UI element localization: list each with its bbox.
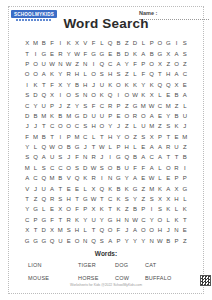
grid-cell-r9c5: O [56,121,64,131]
grid-cell-r6c13: O [123,90,131,100]
grid-cell-r16c10: T [98,194,106,204]
grid-cell-r10c1: F [23,132,31,142]
grid-cell-r6c8: N [81,90,89,100]
grid-cell-r2c13: D [123,48,131,58]
grid-cell-r12c11: I [106,152,114,162]
grid-cell-r1c3: B [40,38,48,48]
grid-cell-r12c2: Q [31,152,39,162]
grid-cell-r6c16: X [147,90,155,100]
grid-cell-r3c6: W [65,59,73,69]
grid-cell-r13c19: R [172,163,180,173]
grid-cell-r7c10: C [98,100,106,110]
grid-cell-r8c12: E [114,111,122,121]
grid-cell-r2c4: E [48,48,56,58]
grid-cell-r15c19: X [172,183,180,193]
grid-cell-r15c20: G [181,183,189,193]
grid-cell-r1c12: B [114,38,122,48]
grid-cell-r3c19: O [172,59,180,69]
grid-cell-r15c16: M [147,183,155,193]
grid-cell-r8c3: M [40,111,48,121]
grid-cell-r15c12: B [114,183,122,193]
grid-cell-r7c13: Z [123,100,131,110]
grid-cell-r7c14: G [131,100,139,110]
grid-cell-r16c14: Y [131,194,139,204]
word-mouse: MOUSE [28,275,78,281]
grid-cell-r2c9: G [89,48,97,58]
grid-cell-r18c11: G [106,215,114,225]
grid-cell-r19c15: O [139,225,147,235]
grid-cell-r1c1: X [23,38,31,48]
grid-cell-r16c19: H [172,194,180,204]
grid-cell-r18c3: G [40,215,48,225]
grid-cell-r15c13: K [123,183,131,193]
grid-cell-r20c19: P [172,235,180,245]
grid-cell-r9c4: C [48,121,56,131]
grid-cell-r6c2: D [31,90,39,100]
grid-cell-r3c4: W [48,59,56,69]
grid-cell-r17c10: K [98,204,106,214]
grid-cell-r10c10: T [98,132,106,142]
grid-cell-r9c6: O [65,121,73,131]
grid-cell-r12c13: Q [123,152,131,162]
grid-cell-r2c2: I [31,48,39,58]
grid-cell-r4c11: H [106,69,114,79]
grid-cell-r11c17: A [156,142,164,152]
grid-cell-r19c9: T [89,225,97,235]
grid-cell-r10c17: P [156,132,164,142]
grid-cell-r6c20: A [181,90,189,100]
grid-cell-r11c12: P [114,142,122,152]
grid-cell-r19c14: A [131,225,139,235]
grid-cell-r1c7: X [73,38,81,48]
grid-cell-r4c10: S [98,69,106,79]
grid-cell-r10c8: C [81,132,89,142]
grid-cell-r14c2: C [31,173,39,183]
grid-cell-r15c10: Q [98,183,106,193]
grid-cell-r14c6: V [65,173,73,183]
grid-cell-r5c3: T [40,80,48,90]
grid-cell-r5c8: H [81,80,89,90]
grid-cell-r4c17: T [156,69,164,79]
grid-cell-r19c16: O [147,225,155,235]
grid-cell-r1c2: M [31,38,39,48]
grid-cell-r15c17: K [156,183,164,193]
grid-cell-r20c14: Y [131,235,139,245]
grid-cell-r15c1: V [23,183,31,193]
grid-cell-r10c12: Y [114,132,122,142]
grid-cell-r6c12: I [114,90,122,100]
grid-cell-r15c11: K [106,183,114,193]
grid-cell-r3c11: C [106,59,114,69]
grid-cell-r7c7: Y [73,100,81,110]
grid-cell-r12c3: A [40,152,48,162]
grid-cell-r1c6: K [65,38,73,48]
grid-cell-r19c11: O [106,225,114,235]
grid-cell-r2c18: X [164,48,172,58]
grid-cell-r5c11: K [106,80,114,90]
grid-cell-r1c14: D [131,38,139,48]
grid-cell-r7c4: P [48,100,56,110]
grid-cell-r6c3: Q [40,90,48,100]
grid-cell-r16c16: S [147,194,155,204]
grid-cell-r15c6: E [65,183,73,193]
grid-cell-r13c9: W [89,163,97,173]
grid-cell-r19c5: M [56,225,64,235]
grid-cell-r20c11: A [106,235,114,245]
grid-cell-r16c18: X [164,194,172,204]
word-cow: COW [115,275,145,281]
grid-cell-r20c6: E [65,235,73,245]
grid-cell-r12c15: A [139,152,147,162]
grid-cell-r8c20: U [181,111,189,121]
word-horse: HORSE [78,275,115,281]
grid-cell-r3c20: Z [181,59,189,69]
grid-cell-r5c14: K [131,80,139,90]
grid-cell-r19c7: H [73,225,81,235]
grid-cell-r13c17: L [156,163,164,173]
grid-cell-r15c18: A [164,183,172,193]
grid-cell-r5c1: I [23,80,31,90]
grid-cell-r7c16: W [147,100,155,110]
grid-cell-r4c2: O [31,69,39,79]
grid-cell-r14c20: P [181,173,189,183]
grid-cell-r5c15: Y [139,80,147,90]
grid-cell-r11c16: A [147,142,155,152]
grid-cell-r19c2: T [31,225,39,235]
grid-cell-r17c3: L [40,204,48,214]
grid-cell-r14c3: Q [40,173,48,183]
grid-cell-r17c6: O [65,204,73,214]
grid-cell-r3c17: X [156,59,164,69]
grid-cell-r8c13: O [123,111,131,121]
grid-cell-r2c19: A [172,48,180,58]
grid-cell-r2c8: F [81,48,89,58]
grid-cell-r13c14: F [131,163,139,173]
grid-cell-r14c12: G [114,173,122,183]
grid-cell-r4c14: L [131,69,139,79]
grid-cell-r2c15: A [139,48,147,58]
grid-cell-r8c18: Y [164,111,172,121]
grid-cell-r1c16: P [147,38,155,48]
grid-cell-r12c14: B [131,152,139,162]
grid-cell-r15c2: J [31,183,39,193]
grid-cell-r17c16: I [147,204,155,214]
grid-cell-r1c13: Z [123,38,131,48]
grid-cell-r16c11: C [106,194,114,204]
grid-cell-r7c1: C [23,100,31,110]
grid-cell-r3c1: P [23,59,31,69]
grid-cell-r8c6: M [65,111,73,121]
grid-cell-r7c18: M [164,100,172,110]
grid-cell-r7c9: F [89,100,97,110]
grid-cell-r18c15: C [139,215,147,225]
word-tiger: TIGER [78,262,115,268]
grid-cell-r3c2: O [31,59,39,69]
grid-cell-r19c10: Q [98,225,106,235]
grid-cell-r11c5: O [56,142,64,152]
grid-cell-r8c19: B [172,111,180,121]
grid-cell-r17c12: K [114,204,122,214]
grid-cell-r17c15: P [139,204,147,214]
grid-cell-r19c18: J [164,225,172,235]
grid-cell-r2c3: G [40,48,48,58]
grid-cell-r8c16: A [147,111,155,121]
grid-cell-r15c7: E [73,183,81,193]
grid-cell-r8c17: E [156,111,164,121]
grid-cell-r17c4: E [48,204,56,214]
grid-cell-r1c10: L [98,38,106,48]
grid-cell-r19c1: X [23,225,31,235]
grid-cell-r19c19: N [172,225,180,235]
grid-cell-r13c13: U [123,163,131,173]
grid-cell-r9c20: J [181,121,189,131]
grid-cell-r8c2: B [31,111,39,121]
grid-cell-r14c17: L [156,173,164,183]
grid-cell-r20c7: O [73,235,81,245]
grid-cell-r20c5: U [56,235,64,245]
grid-cell-r10c18: T [164,132,172,142]
grid-cell-r4c7: H [73,69,81,79]
footer-credit: Worksheets for Kids @2022 SchoolMyKids.c… [0,283,212,287]
grid-cell-r14c10: I [98,173,106,183]
grid-cell-r19c3: D [40,225,48,235]
grid-cell-r20c17: W [156,235,164,245]
grid-cell-r2c10: G [98,48,106,58]
grid-cell-r2c16: B [147,48,155,58]
word-buffalo: BUFFALO [145,275,193,281]
grid-cell-r16c20: L [181,194,189,204]
grid-cell-r20c9: Q [89,235,97,245]
grid-cell-r11c7: G [73,142,81,152]
grid-cell-r14c1: A [23,173,31,183]
grid-cell-r2c6: Y [65,48,73,58]
grid-cell-r13c20: I [181,163,189,173]
grid-cell-r15c14: G [131,183,139,193]
grid-cell-r10c5: I [56,132,64,142]
grid-cell-r11c9: T [89,142,97,152]
grid-cell-r19c8: L [81,225,89,235]
grid-cell-r3c10: Q [98,59,106,69]
word-lion: LION [28,262,78,268]
grid-cell-r7c5: J [56,100,64,110]
grid-cell-r3c8: N [81,59,89,69]
grid-cell-r18c8: Y [81,215,89,225]
grid-cell-r18c17: O [156,215,164,225]
grid-cell-r9c17: Z [156,121,164,131]
grid-cell-r10c2: M [31,132,39,142]
grid-cell-r4c18: H [164,69,172,79]
grid-cell-r9c13: Z [123,121,131,131]
grid-cell-r6c7: S [73,90,81,100]
grid-cell-r20c15: Y [139,235,147,245]
grid-cell-r12c17: A [156,152,164,162]
grid-cell-r14c8: K [81,173,89,183]
word-search-grid[interactable]: XMBFIKXVFLQBZDLPOGISTIGERYWFGGEBDKABGXAS… [23,38,189,246]
grid-cell-r13c2: L [31,163,39,173]
grid-cell-r3c7: Z [73,59,81,69]
grid-cell-r11c15: E [139,142,147,152]
grid-cell-r9c2: J [31,121,39,131]
grid-cell-r8c1: D [23,111,31,121]
grid-cell-r17c8: P [81,204,89,214]
grid-cell-r20c2: G [31,235,39,245]
grid-cell-r13c1: M [23,163,31,173]
grid-cell-r14c13: Y [123,173,131,183]
grid-cell-r5c10: U [98,80,106,90]
grid-cell-r10c3: B [40,132,48,142]
grid-cell-r6c14: W [131,90,139,100]
grid-cell-r1c9: F [89,38,97,48]
grid-cell-r9c1: J [23,121,31,131]
grid-cell-r3c3: U [40,59,48,69]
grid-cell-r5c7: B [73,80,81,90]
grid-cell-r9c12: J [114,121,122,131]
grid-cell-r1c8: V [81,38,89,48]
qr-code [200,275,211,286]
grid-cell-r1c19: I [172,38,180,48]
grid-cell-r8c9: U [89,111,97,121]
grid-cell-r12c8: N [81,152,89,162]
grid-cell-r11c14: L [131,142,139,152]
grid-cell-r18c19: K [172,215,180,225]
grid-cell-r1c15: L [139,38,147,48]
grid-cell-r19c17: H [156,225,164,235]
grid-cell-r19c13: J [123,225,131,235]
grid-cell-r3c14: F [131,59,139,69]
grid-cell-r7c6: Z [65,100,73,110]
grid-cell-r11c13: H [123,142,131,152]
grid-cell-r4c19: A [172,69,180,79]
grid-cell-r12c20: B [181,152,189,162]
grid-cell-r16c7: T [73,194,81,204]
grid-cell-r6c11: Q [106,90,114,100]
grid-cell-r14c19: P [172,173,180,183]
grid-cell-r5c18: Q [164,80,172,90]
grid-cell-r15c3: U [40,183,48,193]
grid-cell-r14c11: N [106,173,114,183]
grid-cell-r18c14: W [131,215,139,225]
grid-cell-r13c15: F [139,163,147,173]
grid-cell-r14c14: A [131,173,139,183]
grid-cell-r20c20: Z [181,235,189,245]
grid-cell-r19c12: F [114,225,122,235]
grid-cell-r16c13: S [123,194,131,204]
grid-cell-r9c11: Y [106,121,114,131]
word-dog: DOG [115,262,145,268]
grid-cell-r7c8: S [81,100,89,110]
grid-cell-r8c10: U [98,111,106,121]
grid-cell-r18c13: N [123,215,131,225]
grid-cell-r10c11: H [106,132,114,142]
grid-cell-r4c15: F [139,69,147,79]
grid-cell-r20c18: B [164,235,172,245]
grid-cell-r18c6: R [65,215,73,225]
grid-cell-r11c1: Y [23,142,31,152]
grid-cell-r12c10: J [98,152,106,162]
grid-cell-r20c8: N [81,235,89,245]
grid-cell-r11c20: Z [181,142,189,152]
grid-cell-r17c1: Y [23,204,31,214]
grid-cell-r6c19: B [172,90,180,100]
grid-cell-r10c7: M [73,132,81,142]
grid-cell-r8c11: P [106,111,114,121]
grid-cell-r16c12: K [114,194,122,204]
grid-cell-r8c7: G [73,111,81,121]
grid-cell-r3c15: P [139,59,147,69]
grid-cell-r17c19: L [172,204,180,214]
grid-cell-r2c17: G [156,48,164,58]
grid-cell-r14c5: B [56,173,64,183]
grid-cell-r2c7: W [73,48,81,58]
grid-cell-r17c13: Z [123,204,131,214]
grid-cell-r7c12: P [114,100,122,110]
grid-cell-r2c11: E [106,48,114,58]
grid-cell-r19c6: S [65,225,73,235]
grid-cell-r12c4: U [48,152,56,162]
grid-cell-r20c10: S [98,235,106,245]
grid-cell-r9c8: S [81,121,89,131]
grid-cell-r2c20: S [181,48,189,58]
grid-cell-r3c12: A [114,59,122,69]
grid-cell-r12c9: R [89,152,97,162]
grid-cell-r20c13: Y [123,235,131,245]
grid-cell-r4c16: Q [147,69,155,79]
grid-cell-r2c5: R [56,48,64,58]
grid-cell-r20c1: G [23,235,31,245]
grid-cell-r12c19: T [172,152,180,162]
grid-cell-r5c9: J [89,80,97,90]
grid-cell-r5c13: K [123,80,131,90]
grid-cell-r20c16: N [147,235,155,245]
grid-cell-r5c16: K [147,80,155,90]
grid-cell-r4c3: A [40,69,48,79]
grid-cell-r16c15: Z [139,194,147,204]
grid-cell-r3c13: Y [123,59,131,69]
grid-cell-r8c15: O [139,111,147,121]
grid-cell-r4c12: S [114,69,122,79]
grid-cell-r12c5: S [56,152,64,162]
grid-cell-r10c16: X [147,132,155,142]
worksheet-page: SCHOOLMYKIDS Name : Word Search XMBFIKXV… [0,0,212,300]
grid-cell-r9c7: C [73,121,81,131]
grid-cell-r18c12: H [114,215,122,225]
grid-cell-r2c12: B [114,48,122,58]
grid-cell-r18c4: F [48,215,56,225]
grid-cell-r3c18: Z [164,59,172,69]
grid-cell-r9c14: L [131,121,139,131]
grid-cell-r11c4: W [48,142,56,152]
grid-cell-r10c13: O [123,132,131,142]
grid-cell-r1c17: O [156,38,164,48]
grid-cell-r7c11: R [106,100,114,110]
grid-cell-r5c4: F [48,80,56,90]
grid-cell-r5c5: X [56,80,64,90]
words-heading: Words: [0,250,212,257]
grid-cell-r5c19: X [172,80,180,90]
grid-cell-r9c19: K [172,121,180,131]
grid-cell-r9c10: O [98,121,106,131]
grid-cell-r4c13: Z [123,69,131,79]
grid-cell-r5c6: Y [65,80,73,90]
grid-cell-r4c5: Y [56,69,64,79]
grid-cell-r2c14: K [131,48,139,58]
grid-cell-r8c8: D [81,111,89,121]
grid-cell-r12c7: F [73,152,81,162]
grid-cell-r2c1: T [23,48,31,58]
grid-cell-r4c1: O [23,69,31,79]
grid-cell-r11c2: L [31,142,39,152]
grid-cell-r12c12: G [114,152,122,162]
